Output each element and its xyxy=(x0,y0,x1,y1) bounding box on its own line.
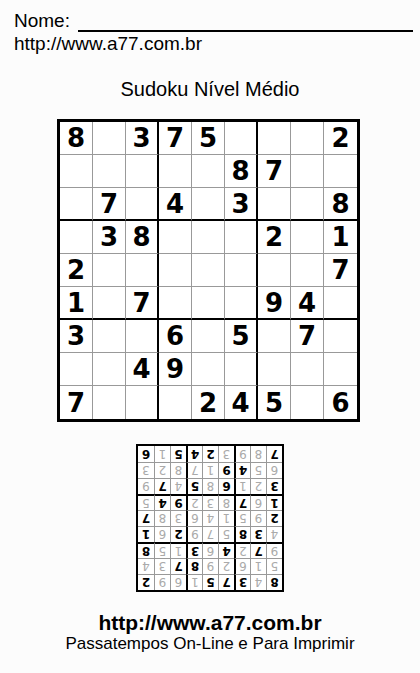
solution-cell: 6 xyxy=(202,542,218,558)
puzzle-cell xyxy=(159,155,192,188)
puzzle-cell xyxy=(126,254,159,287)
puzzle-cell: 7 xyxy=(258,155,291,188)
solution-cell: 5 xyxy=(186,478,202,494)
solution-cell: 3 xyxy=(186,542,202,558)
puzzle-cell xyxy=(324,320,357,353)
puzzle-cell xyxy=(60,353,93,386)
solution-cell: 2 xyxy=(186,494,202,510)
solution-cell: 8 xyxy=(202,478,218,494)
puzzle-cell xyxy=(258,122,291,155)
solution-cell: 6 xyxy=(154,526,170,542)
puzzle-cell xyxy=(93,353,126,386)
solution-cell: 4 xyxy=(234,462,250,478)
footer-tagline: Passatempos On-Line e Para Imprimir xyxy=(0,634,420,654)
puzzle-cell: 4 xyxy=(225,386,258,419)
solution-cell: 6 xyxy=(218,478,234,494)
puzzle-cell xyxy=(60,188,93,221)
solution-cell: 8 xyxy=(234,526,250,542)
puzzle-cell: 7 xyxy=(126,287,159,320)
solution-cell: 2 xyxy=(170,526,186,542)
solution-cell: 4 xyxy=(218,542,234,558)
solution-cell: 7 xyxy=(170,558,186,574)
puzzle-cell xyxy=(192,155,225,188)
puzzle-cell xyxy=(126,320,159,353)
footer-url: http://www.a77.com.br xyxy=(0,611,420,635)
puzzle-cell: 3 xyxy=(93,221,126,254)
solution-cell: 9 xyxy=(266,542,282,558)
solution-cell: 7 xyxy=(234,494,250,510)
solution-cell: 8 xyxy=(154,510,170,526)
solution-cell: 4 xyxy=(138,558,154,574)
puzzle-cell xyxy=(258,320,291,353)
puzzle-cell xyxy=(291,353,324,386)
solution-cell: 3 xyxy=(266,478,282,494)
puzzle-cell: 8 xyxy=(60,122,93,155)
puzzle-cell xyxy=(324,353,357,386)
puzzle-cell: 8 xyxy=(324,188,357,221)
name-label: Nome: xyxy=(14,10,70,32)
puzzle-cell xyxy=(291,122,324,155)
puzzle-cell xyxy=(93,155,126,188)
solution-cell: 8 xyxy=(186,558,202,574)
puzzle-cell: 7 xyxy=(60,386,93,419)
puzzle-cell xyxy=(291,386,324,419)
solution-cell: 9 xyxy=(138,478,154,494)
solution-cell: 1 xyxy=(218,510,234,526)
puzzle-cell xyxy=(93,254,126,287)
solution-cell: 6 xyxy=(186,510,202,526)
puzzle-cell xyxy=(159,287,192,320)
puzzle-cell xyxy=(225,254,258,287)
puzzle-cell xyxy=(192,254,225,287)
puzzle-cell: 6 xyxy=(159,320,192,353)
solution-cell: 5 xyxy=(170,446,186,462)
solution-cell: 1 xyxy=(234,478,250,494)
puzzle-cell: 2 xyxy=(324,122,357,155)
solution-cell: 8 xyxy=(218,494,234,510)
solution-cell: 7 xyxy=(154,478,170,494)
solution-cell: 5 xyxy=(202,574,218,590)
solution-cell: 2 xyxy=(234,542,250,558)
solution-cell: 1 xyxy=(154,446,170,462)
puzzle-cell xyxy=(324,287,357,320)
solution-cell: 3 xyxy=(138,462,154,478)
name-row: Nome: xyxy=(14,10,413,32)
puzzle-cell xyxy=(126,386,159,419)
solution-cell: 9 xyxy=(234,446,250,462)
puzzle-cell: 2 xyxy=(192,386,225,419)
solution-cell: 5 xyxy=(218,526,234,542)
puzzle-cell: 1 xyxy=(324,221,357,254)
puzzle-cell: 5 xyxy=(258,386,291,419)
solution-cell: 7 xyxy=(138,510,154,526)
puzzle-cell: 7 xyxy=(159,122,192,155)
solution-cell: 2 xyxy=(138,574,154,590)
puzzle-cell xyxy=(291,221,324,254)
puzzle-cell: 3 xyxy=(225,188,258,221)
puzzle-cell xyxy=(324,155,357,188)
puzzle-cell: 5 xyxy=(192,122,225,155)
puzzle-cell xyxy=(93,122,126,155)
puzzle-cell: 3 xyxy=(126,122,159,155)
solution-cell: 7 xyxy=(250,542,266,558)
solution-cell: 2 xyxy=(250,478,266,494)
solution-cell: 3 xyxy=(234,574,250,590)
puzzle-cell: 2 xyxy=(258,221,291,254)
solution-cell: 5 xyxy=(266,558,282,574)
puzzle-cell: 3 xyxy=(60,320,93,353)
solution-cell: 9 xyxy=(154,574,170,590)
puzzle-cell: 8 xyxy=(225,155,258,188)
solution-cell: 7 xyxy=(186,462,202,478)
puzzle-cell: 7 xyxy=(324,254,357,287)
solution-cell: 2 xyxy=(266,510,282,526)
puzzle-cell xyxy=(258,353,291,386)
puzzle-cell xyxy=(93,320,126,353)
printable-sudoku-page: Nome: http://www.a77.com.br Sudoku Nível… xyxy=(0,0,420,673)
solution-cell: 4 xyxy=(266,526,282,542)
sudoku-puzzle-grid: 83752877438382127179436574972456 xyxy=(57,119,360,422)
puzzle-cell: 8 xyxy=(126,221,159,254)
puzzle-cell: 9 xyxy=(159,353,192,386)
solution-cell: 1 xyxy=(138,526,154,542)
puzzle-cell: 9 xyxy=(258,287,291,320)
puzzle-cell: 7 xyxy=(93,188,126,221)
solution-cell: 6 xyxy=(170,574,186,590)
puzzle-cell xyxy=(225,353,258,386)
solution-cell: 9 xyxy=(218,462,234,478)
puzzle-cell xyxy=(126,188,159,221)
puzzle-cell xyxy=(60,221,93,254)
solution-cell: 9 xyxy=(186,526,202,542)
solution-cell: 3 xyxy=(154,558,170,574)
solution-cell: 4 xyxy=(202,510,218,526)
puzzle-cell xyxy=(159,221,192,254)
solution-cell: 6 xyxy=(138,446,154,462)
puzzle-cell xyxy=(291,155,324,188)
solution-cell: 4 xyxy=(170,478,186,494)
solution-cell: 3 xyxy=(250,526,266,542)
puzzle-cell xyxy=(225,221,258,254)
puzzle-cell xyxy=(93,386,126,419)
puzzle-cell xyxy=(258,254,291,287)
solution-cell: 2 xyxy=(218,558,234,574)
puzzle-cell: 4 xyxy=(159,188,192,221)
puzzle-cell xyxy=(192,287,225,320)
name-fill-line xyxy=(78,10,413,32)
solution-cell: 9 xyxy=(250,510,266,526)
solution-cell: 4 xyxy=(186,446,202,462)
solution-cell: 1 xyxy=(250,558,266,574)
solution-cell: 8 xyxy=(266,574,282,590)
solution-cell: 1 xyxy=(186,574,202,590)
puzzle-cell xyxy=(159,386,192,419)
solution-cell: 9 xyxy=(202,558,218,574)
solution-cell: 6 xyxy=(266,462,282,478)
puzzle-cell xyxy=(93,287,126,320)
solution-cell: 7 xyxy=(202,526,218,542)
puzzle-cell: 4 xyxy=(291,287,324,320)
solution-cell: 9 xyxy=(170,494,186,510)
solution-cell: 8 xyxy=(170,462,186,478)
solution-cell: 5 xyxy=(250,462,266,478)
solution-cell: 5 xyxy=(234,510,250,526)
puzzle-title: Sudoku Nível Médio xyxy=(0,78,420,101)
solution-cell: 1 xyxy=(170,542,186,558)
solution-cell: 5 xyxy=(138,494,154,510)
solution-cell: 2 xyxy=(154,462,170,478)
solution-cell: 2 xyxy=(202,446,218,462)
solution-cell: 4 xyxy=(250,574,266,590)
puzzle-cell xyxy=(192,221,225,254)
puzzle-cell xyxy=(291,254,324,287)
puzzle-cell xyxy=(291,188,324,221)
puzzle-cell xyxy=(225,122,258,155)
solution-cell: 3 xyxy=(170,510,186,526)
puzzle-cell xyxy=(258,188,291,221)
puzzle-cell xyxy=(159,254,192,287)
puzzle-cell xyxy=(60,155,93,188)
solution-cell: 6 xyxy=(234,558,250,574)
site-url-header: http://www.a77.com.br xyxy=(14,33,202,55)
puzzle-cell: 2 xyxy=(60,254,93,287)
puzzle-cell: 5 xyxy=(225,320,258,353)
puzzle-cell: 4 xyxy=(126,353,159,386)
puzzle-cell xyxy=(192,188,225,221)
puzzle-cell xyxy=(192,320,225,353)
puzzle-cell xyxy=(225,287,258,320)
puzzle-cell: 6 xyxy=(324,386,357,419)
solution-cell: 7 xyxy=(218,574,234,590)
puzzle-cell: 1 xyxy=(60,287,93,320)
solution-cell: 3 xyxy=(202,494,218,510)
sudoku-solution-grid-rotated: 8437516925162987349724631584385792612951… xyxy=(136,444,284,592)
solution-cell: 7 xyxy=(266,446,282,462)
solution-cell: 1 xyxy=(266,494,282,510)
puzzle-cell xyxy=(192,353,225,386)
solution-cell: 5 xyxy=(154,542,170,558)
solution-cell: 3 xyxy=(218,446,234,462)
puzzle-cell xyxy=(126,155,159,188)
solution-cell: 6 xyxy=(250,494,266,510)
solution-cell: 1 xyxy=(202,462,218,478)
puzzle-cell: 7 xyxy=(291,320,324,353)
solution-cell: 8 xyxy=(250,446,266,462)
solution-cell: 4 xyxy=(154,494,170,510)
solution-cell: 8 xyxy=(138,542,154,558)
